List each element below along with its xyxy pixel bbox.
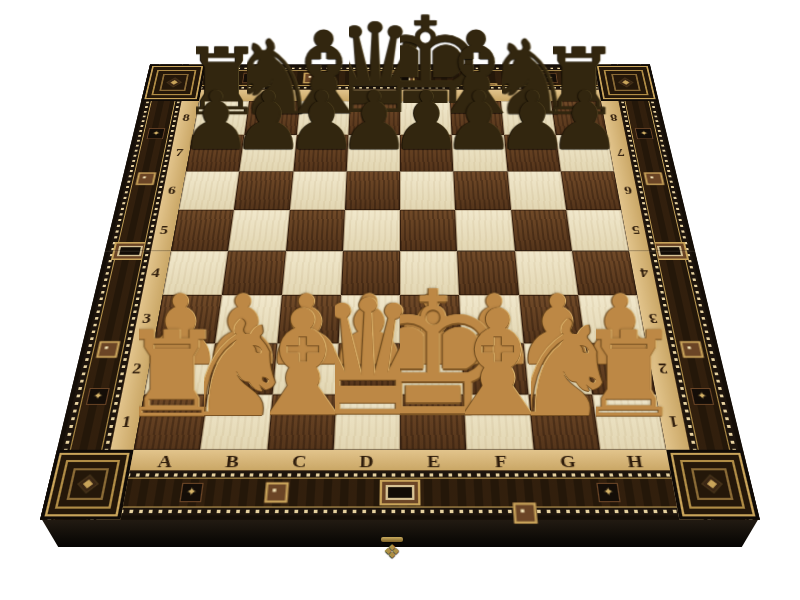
square-e6[interactable] <box>400 171 455 210</box>
inlay-square-motif <box>644 172 665 185</box>
square-f6[interactable] <box>454 171 511 210</box>
square-f5[interactable] <box>455 210 514 251</box>
square-a5[interactable] <box>171 210 234 251</box>
frame-band <box>52 450 748 470</box>
inlay-square-motif <box>680 341 704 358</box>
frame-bottom: ✦✦ <box>40 450 760 520</box>
inlay-square-motif <box>264 482 288 502</box>
square-c5[interactable] <box>286 210 345 251</box>
inlay-medal-motif <box>651 242 689 260</box>
inlay-square-motif <box>136 172 157 185</box>
frame-band <box>141 90 659 101</box>
square-h5[interactable] <box>566 210 629 251</box>
frame-band <box>52 470 748 471</box>
inlay-medal-motif <box>385 71 414 84</box>
frame-band: ✦✦ <box>145 71 655 85</box>
inlay-square-motif <box>303 73 320 83</box>
inlay-star-motif: ✦ <box>635 128 654 139</box>
inlay-star-motif: ✦ <box>179 483 203 502</box>
square-g6[interactable] <box>507 171 566 210</box>
square-d5[interactable] <box>343 210 400 251</box>
inlay-star-motif: ✦ <box>86 388 110 405</box>
frame-band <box>50 471 749 477</box>
latch-icon: ❖ <box>378 537 406 579</box>
photo-stage: { "game": "chess", "scene": "wooden fold… <box>0 0 800 600</box>
frame-band <box>40 515 760 519</box>
square-g5[interactable] <box>511 210 572 251</box>
frame-band: ✦✦ <box>43 479 756 507</box>
square-h6[interactable] <box>561 171 622 210</box>
inlay-star-motif: ✦ <box>596 483 620 502</box>
inlay-square-motif <box>513 503 538 524</box>
inlay-star-motif: ✦ <box>541 73 558 83</box>
frame-band <box>41 508 759 516</box>
square-e5[interactable] <box>400 210 457 251</box>
inlay-square-motif <box>96 341 120 358</box>
frame-band <box>50 478 750 479</box>
inlay-star-motif: ✦ <box>147 128 166 139</box>
inlay-star-motif: ✦ <box>242 73 259 83</box>
square-a6[interactable] <box>179 171 240 210</box>
frame-top: ✦✦ <box>141 64 659 101</box>
square-b6[interactable] <box>234 171 293 210</box>
inlay-medal-motif <box>379 480 420 506</box>
square-d6[interactable] <box>345 171 400 210</box>
piece-white-rook-h1[interactable]: ♜ <box>596 303 661 422</box>
square-b5[interactable] <box>228 210 289 251</box>
chess-board: ✦✦ ✦✦ ✦✦ ✦✦ AABBCCDDEEFFGGHH887766554433… <box>40 64 760 519</box>
inlay-star-motif: ✦ <box>690 388 714 405</box>
frame-band <box>43 507 757 508</box>
square-c6[interactable] <box>289 171 346 210</box>
